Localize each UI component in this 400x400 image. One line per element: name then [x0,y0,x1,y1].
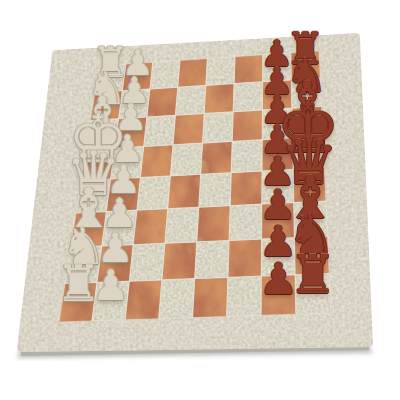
square-e7 [262,138,293,171]
square-e4 [170,143,202,176]
square-g7 [262,80,292,110]
square-g1 [91,91,123,121]
square-b7 [261,238,295,276]
square-d7 [262,169,294,204]
square-e8 [292,136,324,169]
square-e2 [111,147,144,180]
square-e1 [81,148,115,181]
square-h6 [234,55,263,84]
square-h7 [263,53,292,82]
square-c5 [197,206,230,242]
square-f2 [115,117,147,148]
square-e6 [231,140,262,173]
square-a6 [227,276,262,316]
square-c4 [165,207,199,243]
chess-board [0,0,400,400]
square-f7 [262,108,292,140]
square-e3 [140,145,173,178]
square-b5 [195,241,229,279]
square-d2 [106,178,140,212]
square-c2 [102,210,137,246]
square-c7 [262,203,295,240]
square-a8 [295,274,331,315]
square-h5 [206,57,235,86]
square-b2 [97,245,133,283]
square-f1 [86,119,119,150]
square-g4 [175,85,205,115]
square-b1 [65,246,102,284]
square-d5 [199,173,231,208]
square-h3 [150,61,180,90]
square-a3 [125,280,162,320]
square-d3 [137,176,171,210]
square-c3 [133,209,168,245]
square-g5 [204,84,234,114]
square-h8 [291,51,320,80]
square-c6 [229,204,262,240]
square-a2 [92,281,129,321]
square-d1 [76,179,111,213]
square-a7 [261,275,296,316]
square-g3 [147,87,178,117]
square-g6 [233,82,262,112]
square-b3 [129,243,165,281]
square-h1 [95,64,126,92]
square-c1 [71,212,107,248]
square-f5 [203,112,234,143]
square-b4 [162,242,197,280]
square-g8 [291,78,321,108]
square-d4 [168,174,201,208]
square-f8 [292,106,323,138]
square-d8 [293,168,326,203]
square-a4 [159,279,195,319]
square-f4 [173,114,204,145]
square-h4 [178,59,208,88]
square-c8 [294,201,328,238]
square-h2 [122,62,153,91]
square-d6 [230,171,262,206]
square-b6 [228,239,262,277]
square-f3 [144,115,176,146]
chess-set-product-photo: ♜♟♟♜♞♟♟♞♝♟♟♝♚♟♟♚♛♟♟♛♝♟♟♝♞♟♟♞♜♟♟♜ [0,0,400,400]
square-a5 [193,277,228,317]
square-g2 [119,89,150,119]
square-e5 [201,141,233,174]
square-a1 [59,282,97,322]
square-f6 [232,110,262,141]
square-b8 [294,236,329,275]
